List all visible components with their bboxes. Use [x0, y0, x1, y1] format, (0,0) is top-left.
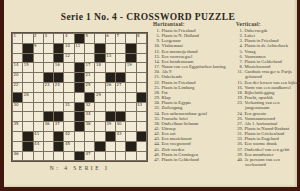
down-clue-list: 1.Onbevoegde2.Lakei3.Plaats in Friesland…	[236, 28, 300, 167]
grid-cell[interactable]	[23, 103, 32, 112]
grid-cell[interactable]: 17	[85, 63, 94, 72]
cell-number: 10	[65, 44, 70, 48]
clue-item: 15.Een der lenzen van een kijker	[236, 80, 300, 85]
cell-number: 42	[65, 132, 70, 136]
black-cell	[44, 112, 53, 121]
cell-number: 4	[65, 34, 68, 38]
grid-cell[interactable]: 5	[85, 34, 94, 43]
grid-cell[interactable]	[54, 152, 63, 161]
cell-number: 1	[14, 34, 17, 38]
grid-cell[interactable]: 14	[13, 63, 22, 72]
grid-cell[interactable]	[106, 142, 115, 151]
grid-cell[interactable]	[23, 122, 32, 131]
grid-cell[interactable]: 12	[64, 54, 73, 63]
cell-number: 6	[106, 34, 109, 38]
cell-number: 12	[65, 54, 70, 58]
grid-cell[interactable]: 30	[13, 103, 22, 112]
clue-number: 23.	[236, 100, 243, 105]
grid-cell[interactable]	[126, 152, 135, 161]
cell-number: 40	[116, 122, 121, 126]
black-cell	[85, 93, 94, 102]
grid-cell[interactable]: 1	[13, 34, 22, 43]
grid-cell[interactable]: 28	[23, 93, 32, 102]
cell-number: 45	[65, 142, 70, 146]
cell-number: 43	[116, 132, 121, 136]
cell-number: 14	[14, 63, 19, 67]
grid-cell[interactable]: 38	[85, 122, 94, 131]
grid-cell[interactable]	[95, 103, 104, 112]
grid-cell[interactable]	[44, 103, 53, 112]
cell-number: 41	[34, 132, 39, 136]
grid-cell[interactable]	[116, 63, 125, 72]
grid-cell[interactable]	[137, 73, 146, 82]
grid-cell[interactable]	[126, 103, 135, 112]
grid-cell[interactable]	[137, 122, 146, 131]
black-cell	[75, 63, 84, 72]
grid-cell[interactable]	[13, 132, 22, 141]
grid-cell[interactable]	[44, 44, 53, 53]
cell-number: 18	[96, 63, 101, 67]
grid-cell[interactable]: 26	[106, 83, 115, 92]
cell-number: 38	[86, 122, 91, 126]
grid-cell[interactable]	[116, 142, 125, 151]
grid-cell[interactable]	[23, 34, 32, 43]
grid-cell[interactable]	[116, 93, 125, 102]
grid-cell[interactable]: 47	[85, 152, 94, 161]
grid-cell[interactable]	[34, 112, 43, 121]
grid-cell[interactable]	[106, 152, 115, 161]
black-cell	[13, 93, 22, 102]
cell-number: 11	[75, 44, 80, 48]
grid-cell[interactable]	[54, 103, 63, 112]
cell-number: 28	[24, 93, 29, 97]
cell-number: 2	[34, 34, 37, 38]
grid-cell[interactable]	[116, 44, 125, 53]
cell-number: 47	[86, 152, 91, 156]
cell-number: 29	[96, 93, 101, 97]
grid-cell[interactable]	[85, 142, 94, 151]
black-cell	[116, 73, 125, 82]
grid-cell[interactable]	[137, 152, 146, 161]
cell-number: 33	[137, 103, 142, 107]
grid-cell[interactable]	[126, 34, 135, 43]
grid-cell[interactable]: 36	[44, 122, 53, 131]
grid-cell[interactable]: 46	[13, 152, 22, 161]
cell-number: 7	[116, 34, 119, 38]
grid-cell[interactable]	[13, 142, 22, 151]
black-cell	[75, 83, 84, 92]
grid-cell[interactable]	[54, 34, 63, 43]
grid-cell[interactable]	[126, 83, 135, 92]
cell-number: 30	[14, 103, 19, 107]
grid-cell[interactable]	[75, 54, 84, 63]
crossword-card: Serie 1 No. 4 - CROSSWORD PUZZLE 1234567…	[4, 0, 297, 187]
black-cell	[54, 73, 63, 82]
grid-cell[interactable]	[126, 93, 135, 102]
cell-number: 16	[55, 63, 60, 67]
cell-number: 20	[14, 73, 19, 77]
grid-cell[interactable]	[85, 54, 94, 63]
grid-cell[interactable]	[34, 103, 43, 112]
grid-cell[interactable]: 15	[23, 63, 32, 72]
grid-cell[interactable]	[85, 44, 94, 53]
black-cell	[75, 152, 84, 161]
black-cell	[106, 112, 115, 121]
grid-cell[interactable]	[126, 132, 135, 141]
grid-cell[interactable]	[95, 73, 104, 82]
cell-number: 17	[86, 63, 91, 67]
grid-cell[interactable]	[116, 103, 125, 112]
grid-cell[interactable]	[75, 132, 84, 141]
cell-number: 44	[34, 142, 39, 146]
grid-cell[interactable]: 3	[44, 34, 53, 43]
crossword-grid: 1234567891011121314151617181920212223242…	[11, 32, 148, 162]
cell-number: 36	[44, 122, 49, 126]
cell-number: 22	[14, 83, 19, 87]
grid-cell[interactable]: 42	[64, 132, 73, 141]
cell-number: 32	[86, 103, 91, 107]
grid-cell[interactable]: 11	[75, 44, 84, 53]
grid-cell[interactable]	[137, 63, 146, 72]
down-clues-column: Verticaal: 1.Onbevoegde2.Lakei3.Plaats i…	[236, 21, 300, 167]
grid-cell[interactable]: 9	[34, 44, 43, 53]
grid-cell[interactable]	[34, 93, 43, 102]
grid-cell[interactable]: 41	[34, 132, 43, 141]
grid-cell[interactable]	[106, 93, 115, 102]
grid-cell[interactable]: 37	[54, 122, 63, 131]
grid-cell[interactable]: 18	[95, 63, 104, 72]
grid-cell[interactable]	[95, 152, 104, 161]
clue-number: 47.	[153, 157, 160, 162]
across-header: Horizontaal:	[153, 21, 234, 27]
black-cell	[106, 73, 115, 82]
grid-cell[interactable]: 45	[64, 142, 73, 151]
grid-cell[interactable]	[85, 132, 94, 141]
black-cell	[54, 132, 63, 141]
black-cell	[106, 132, 115, 141]
cell-number: 13	[106, 54, 111, 58]
grid-cell[interactable]: 33	[137, 103, 146, 112]
grid-cell[interactable]: 10	[64, 44, 73, 53]
black-cell	[75, 122, 84, 131]
grid-cell[interactable]	[23, 112, 32, 121]
black-cell	[54, 142, 63, 151]
black-cell	[75, 103, 84, 112]
grid-cell[interactable]	[95, 112, 104, 121]
cell-number: 31	[65, 103, 70, 107]
grid-cell[interactable]: 2	[34, 34, 43, 43]
grid-cell[interactable]: 24	[54, 83, 63, 92]
grid-cell[interactable]	[44, 93, 53, 102]
grid-cell[interactable]	[64, 83, 73, 92]
grid-cell[interactable]	[137, 83, 146, 92]
grid-cell[interactable]: 31	[64, 103, 73, 112]
grid-cell[interactable]: 21	[85, 73, 94, 82]
cell-number: 37	[55, 122, 60, 126]
black-cell	[54, 54, 63, 63]
black-cell	[23, 132, 32, 141]
cell-number: 26	[106, 83, 111, 87]
grid-cell[interactable]	[23, 83, 32, 92]
grid-cell[interactable]	[54, 93, 63, 102]
grid-cell[interactable]	[13, 112, 22, 121]
cell-number: 19	[127, 63, 132, 67]
grid-cell[interactable]	[13, 54, 22, 63]
black-cell	[116, 112, 125, 121]
cell-number: 35	[14, 122, 19, 126]
grid-cell[interactable]	[44, 142, 53, 151]
clue-item: 40.2e persoon van een werkwoord	[236, 157, 300, 167]
grid-cell[interactable]	[106, 63, 115, 72]
grid-cell[interactable]: 19	[126, 63, 135, 72]
grid-cell[interactable]: 16	[54, 63, 63, 72]
grid-cell[interactable]: 35	[13, 122, 22, 131]
grid-cell[interactable]: 40	[116, 122, 125, 131]
grid-cell[interactable]	[13, 44, 22, 53]
grid-cell[interactable]	[34, 63, 43, 72]
grid-cell[interactable]	[64, 122, 73, 131]
cell-number: 23	[44, 83, 49, 87]
grid-cell[interactable]: 29	[95, 93, 104, 102]
grid-cell[interactable]: 43	[116, 132, 125, 141]
black-cell	[23, 54, 32, 63]
clue-item: 11.Gasthuis vroeger te Parijs gebouwd	[236, 69, 300, 79]
black-cell	[75, 112, 84, 121]
grid-cell[interactable]	[116, 54, 125, 63]
grid-cell[interactable]	[64, 73, 73, 82]
grid-cell[interactable]	[95, 34, 104, 43]
clue-number: 40.	[236, 157, 243, 162]
grid-cell[interactable]: 20	[13, 73, 22, 82]
cell-number: 24	[55, 83, 60, 87]
cell-number: 21	[86, 73, 91, 77]
black-cell	[23, 44, 32, 53]
grid-cell[interactable]	[34, 73, 43, 82]
grid-cell[interactable]	[34, 83, 43, 92]
black-cell	[137, 132, 146, 141]
grid-cell[interactable]	[137, 112, 146, 121]
grid-cell[interactable]	[106, 103, 115, 112]
clue-item: 47.Plaats in Gelderland	[153, 157, 234, 162]
grid-cell[interactable]	[75, 142, 84, 151]
grid-cell[interactable]	[137, 54, 146, 63]
grid-cell[interactable]	[95, 83, 104, 92]
cell-number: 39	[106, 122, 111, 126]
black-cell	[137, 93, 146, 102]
grid-cell[interactable]	[106, 44, 115, 53]
grid-cell[interactable]	[95, 132, 104, 141]
grid-cell[interactable]: 8	[137, 34, 146, 43]
cell-number: 15	[24, 63, 29, 67]
grid-cell[interactable]	[64, 93, 73, 102]
grid-cell[interactable]	[137, 44, 146, 53]
black-cell	[95, 54, 104, 63]
grid-cell[interactable]	[116, 152, 125, 161]
grid-cell[interactable]	[44, 132, 53, 141]
grid-cell[interactable]	[75, 93, 84, 102]
black-cell	[54, 44, 63, 53]
cell-number: 34	[86, 112, 91, 116]
grid-cell[interactable]	[23, 152, 32, 161]
cell-number: 25	[86, 83, 91, 87]
grid-cell[interactable]	[44, 152, 53, 161]
grid-cell[interactable]	[34, 152, 43, 161]
cell-number: 46	[14, 152, 19, 156]
across-clues-column: Horizontaal: 1.Plaats in Friesland5.Plaa…	[153, 21, 234, 162]
grid-cell[interactable]: 39	[106, 122, 115, 131]
grid-cell[interactable]: 6	[106, 34, 115, 43]
down-header: Verticaal:	[236, 21, 300, 27]
grid-cell[interactable]	[34, 54, 43, 63]
grid-cell[interactable]	[126, 112, 135, 121]
grid-cell[interactable]	[34, 122, 43, 131]
grid-cell[interactable]: 34	[85, 112, 94, 121]
black-cell	[95, 142, 104, 151]
grid-cell[interactable]: 4	[64, 34, 73, 43]
grid-cell[interactable]: 27	[116, 83, 125, 92]
grid-cell[interactable]	[126, 122, 135, 131]
cell-number: 9	[34, 44, 37, 48]
black-cell	[75, 73, 84, 82]
grid-cell[interactable]	[64, 112, 73, 121]
black-cell	[75, 34, 84, 43]
clue-item: 23.Verkorting van een jongensnaam	[236, 100, 300, 110]
card-footer: N: 4 SERIE I	[11, 165, 148, 171]
black-cell	[54, 112, 63, 121]
grid-cell[interactable]	[95, 122, 104, 131]
grid-cell[interactable]	[64, 63, 73, 72]
black-cell	[95, 44, 104, 53]
grid-cell[interactable]: 44	[34, 142, 43, 151]
grid-cell[interactable]	[44, 54, 53, 63]
cell-number: 3	[44, 34, 47, 38]
cell-number: 27	[116, 83, 121, 87]
grid-cell[interactable]: 25	[85, 83, 94, 92]
grid-cell[interactable]: 23	[44, 83, 53, 92]
grid-cell[interactable]: 32	[85, 103, 94, 112]
cell-number: 5	[86, 34, 89, 38]
black-cell	[126, 44, 135, 53]
grid-cell[interactable]	[137, 142, 146, 151]
grid-cell[interactable]: 7	[116, 34, 125, 43]
grid-cell[interactable]	[44, 63, 53, 72]
grid-cell[interactable]	[64, 152, 73, 161]
clue-number: 11.	[236, 69, 243, 74]
black-cell	[126, 142, 135, 151]
across-clue-list: 1.Plaats in Friesland5.Plaats in N. Holl…	[153, 28, 234, 162]
grid-cell[interactable]: 13	[106, 54, 115, 63]
cell-number: 8	[137, 34, 140, 38]
grid-cell[interactable]	[126, 73, 135, 82]
grid-cell[interactable]	[23, 73, 32, 82]
black-cell	[23, 142, 32, 151]
grid-cell[interactable]: 22	[13, 83, 22, 92]
black-cell	[126, 54, 135, 63]
black-cell	[44, 73, 53, 82]
